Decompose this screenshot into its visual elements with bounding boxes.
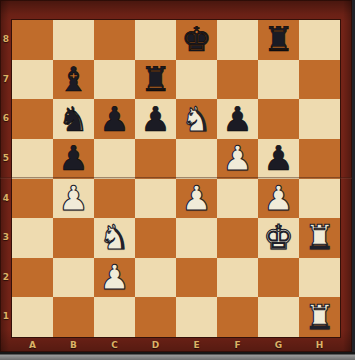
square-h1[interactable]: ♜︎	[299, 297, 340, 337]
square-h6[interactable]	[299, 99, 340, 139]
square-c1[interactable]	[94, 297, 135, 337]
square-d2[interactable]	[135, 258, 176, 298]
square-h8[interactable]	[299, 20, 340, 60]
square-a7[interactable]	[12, 60, 53, 100]
piece-white-pawn[interactable]: ♟︎	[176, 179, 217, 219]
square-e7[interactable]	[176, 60, 217, 100]
square-h3[interactable]: ♜︎	[299, 218, 340, 258]
square-e1[interactable]	[176, 297, 217, 337]
square-f1[interactable]	[217, 297, 258, 337]
file-label-b: B	[53, 337, 94, 352]
square-e3[interactable]	[176, 218, 217, 258]
piece-black-pawn[interactable]: ♟︎	[94, 99, 135, 139]
square-c7[interactable]	[94, 60, 135, 100]
square-b8[interactable]	[53, 20, 94, 60]
square-b1[interactable]	[53, 297, 94, 337]
square-d3[interactable]	[135, 218, 176, 258]
square-a8[interactable]	[12, 20, 53, 60]
piece-white-pawn[interactable]: ♟︎	[94, 258, 135, 298]
square-f5[interactable]: ♟︎	[217, 139, 258, 179]
square-b5[interactable]: ♟︎	[53, 139, 94, 179]
square-g7[interactable]	[258, 60, 299, 100]
square-a1[interactable]	[12, 297, 53, 337]
chessboard-frame: 87654321 ABCDEFGH ♚︎♜︎♝︎♜︎♞︎♟︎♟︎♞︎♟︎♟︎♟︎…	[0, 0, 352, 352]
square-g2[interactable]	[258, 258, 299, 298]
square-c6[interactable]: ♟︎	[94, 99, 135, 139]
square-d6[interactable]: ♟︎	[135, 99, 176, 139]
rank-label-6: 6	[0, 99, 12, 139]
piece-black-pawn[interactable]: ♟︎	[135, 99, 176, 139]
file-label-e: E	[176, 337, 217, 352]
square-a5[interactable]	[12, 139, 53, 179]
piece-black-knight[interactable]: ♞︎	[53, 99, 94, 139]
piece-white-pawn[interactable]: ♟︎	[258, 179, 299, 219]
piece-black-pawn[interactable]: ♟︎	[53, 139, 94, 179]
chessboard: ♚︎♜︎♝︎♜︎♞︎♟︎♟︎♞︎♟︎♟︎♟︎♟︎♟︎♟︎♟︎♞︎♚︎♜︎♟︎♜︎	[12, 20, 340, 337]
square-f4[interactable]	[217, 179, 258, 219]
square-b4[interactable]: ♟︎	[53, 179, 94, 219]
file-label-c: C	[94, 337, 135, 352]
letterbox-bottom	[0, 352, 355, 360]
piece-white-rook[interactable]: ♜︎	[299, 218, 340, 258]
square-h2[interactable]	[299, 258, 340, 298]
piece-black-pawn[interactable]: ♟︎	[217, 99, 258, 139]
rank-label-2: 2	[0, 258, 12, 298]
rank-label-7: 7	[0, 60, 12, 100]
piece-black-pawn[interactable]: ♟︎	[258, 139, 299, 179]
square-a3[interactable]	[12, 218, 53, 258]
square-d4[interactable]	[135, 179, 176, 219]
square-a2[interactable]	[12, 258, 53, 298]
square-h7[interactable]	[299, 60, 340, 100]
square-e2[interactable]	[176, 258, 217, 298]
rank-label-5: 5	[0, 139, 12, 179]
piece-white-pawn[interactable]: ♟︎	[53, 179, 94, 219]
square-g8[interactable]: ♜︎	[258, 20, 299, 60]
square-b3[interactable]	[53, 218, 94, 258]
video-frame: 87654321 ABCDEFGH ♚︎♜︎♝︎♜︎♞︎♟︎♟︎♞︎♟︎♟︎♟︎…	[0, 0, 355, 360]
piece-black-bishop[interactable]: ♝︎	[53, 60, 94, 100]
square-c4[interactable]	[94, 179, 135, 219]
square-d7[interactable]: ♜︎	[135, 60, 176, 100]
square-a4[interactable]	[12, 179, 53, 219]
square-d5[interactable]	[135, 139, 176, 179]
square-h4[interactable]	[299, 179, 340, 219]
piece-white-knight[interactable]: ♞︎	[176, 99, 217, 139]
square-g4[interactable]: ♟︎	[258, 179, 299, 219]
file-label-g: G	[258, 337, 299, 352]
square-b2[interactable]	[53, 258, 94, 298]
piece-black-rook[interactable]: ♜︎	[135, 60, 176, 100]
rank-label-3: 3	[0, 218, 12, 258]
file-label-f: F	[217, 337, 258, 352]
rank-label-4: 4	[0, 179, 12, 219]
piece-black-rook[interactable]: ♜︎	[258, 20, 299, 60]
piece-white-rook[interactable]: ♜︎	[299, 297, 340, 337]
square-g5[interactable]: ♟︎	[258, 139, 299, 179]
square-e8[interactable]: ♚︎	[176, 20, 217, 60]
rank-label-8: 8	[0, 20, 12, 60]
square-g3[interactable]: ♚︎	[258, 218, 299, 258]
square-c2[interactable]: ♟︎	[94, 258, 135, 298]
square-c5[interactable]	[94, 139, 135, 179]
square-d1[interactable]	[135, 297, 176, 337]
file-label-h: H	[299, 337, 340, 352]
piece-white-pawn[interactable]: ♟︎	[217, 139, 258, 179]
square-g1[interactable]	[258, 297, 299, 337]
square-h5[interactable]	[299, 139, 340, 179]
square-e6[interactable]: ♞︎	[176, 99, 217, 139]
square-e5[interactable]	[176, 139, 217, 179]
square-b7[interactable]: ♝︎	[53, 60, 94, 100]
square-d8[interactable]	[135, 20, 176, 60]
square-b6[interactable]: ♞︎	[53, 99, 94, 139]
square-f3[interactable]	[217, 218, 258, 258]
square-c3[interactable]: ♞︎	[94, 218, 135, 258]
piece-white-knight[interactable]: ♞︎	[94, 218, 135, 258]
square-f6[interactable]: ♟︎	[217, 99, 258, 139]
rank-label-1: 1	[0, 297, 12, 337]
square-g6[interactable]	[258, 99, 299, 139]
square-f8[interactable]	[217, 20, 258, 60]
file-label-a: A	[12, 337, 53, 352]
piece-white-king[interactable]: ♚︎	[258, 218, 299, 258]
square-f7[interactable]	[217, 60, 258, 100]
square-f2[interactable]	[217, 258, 258, 298]
square-e4[interactable]: ♟︎	[176, 179, 217, 219]
square-a6[interactable]	[12, 99, 53, 139]
square-c8[interactable]	[94, 20, 135, 60]
piece-black-king[interactable]: ♚︎	[176, 20, 217, 60]
file-label-d: D	[135, 337, 176, 352]
